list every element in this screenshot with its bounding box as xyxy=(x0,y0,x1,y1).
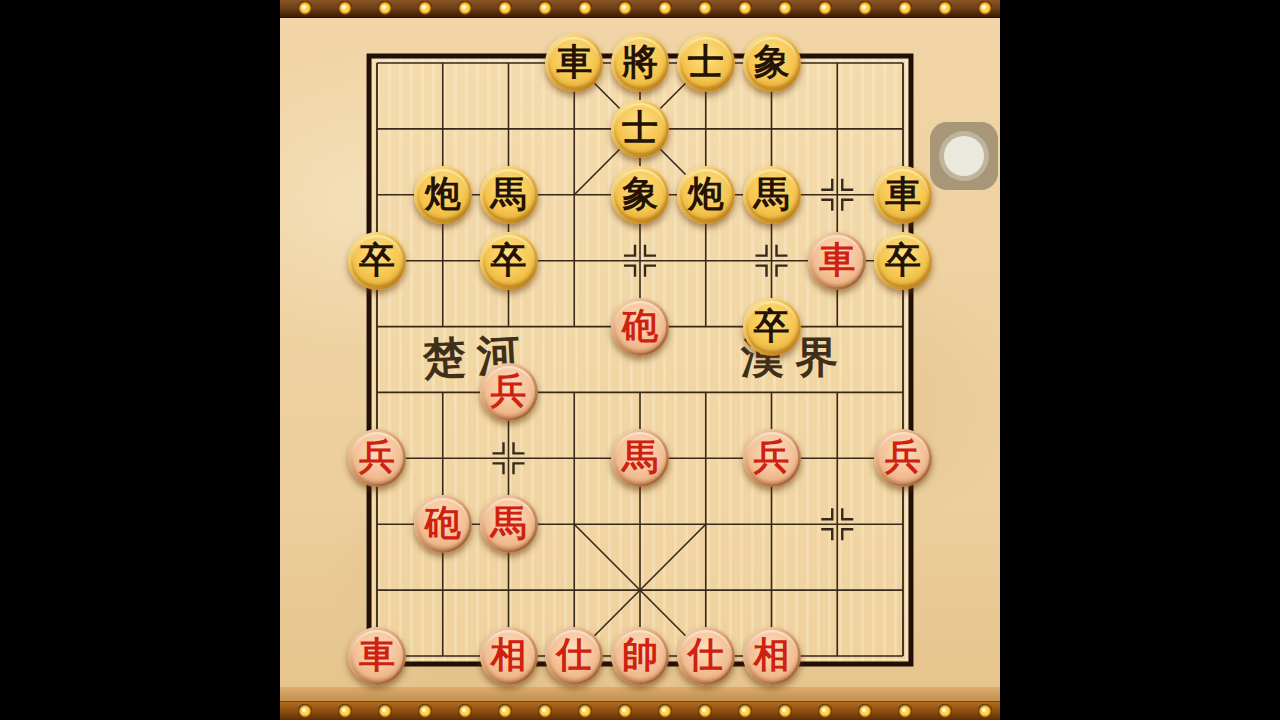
piece-character: 士 xyxy=(614,103,666,155)
letterbox: 楚河 漢界 車將士象士炮馬象炮馬車卒卒車卒砲卒兵兵馬兵兵砲馬車相仕帥仕相 xyxy=(0,0,1280,720)
piece-character: 仕 xyxy=(548,630,600,682)
piece-character: 馬 xyxy=(614,432,666,484)
piece-character: 馬 xyxy=(483,498,535,550)
piece-red-elephant[interactable]: 相 xyxy=(480,627,538,685)
piece-character: 兵 xyxy=(483,366,535,418)
piece-character: 象 xyxy=(614,169,666,221)
piece-character: 炮 xyxy=(417,169,469,221)
piece-red-chariot[interactable]: 車 xyxy=(808,232,866,290)
piece-red-cannon[interactable]: 砲 xyxy=(611,298,669,356)
piece-character: 士 xyxy=(680,37,732,89)
piece-red-chariot[interactable]: 車 xyxy=(348,627,406,685)
piece-character: 仕 xyxy=(680,630,732,682)
piece-character: 車 xyxy=(548,37,600,89)
piece-black-cannon[interactable]: 炮 xyxy=(414,166,472,224)
piece-character: 卒 xyxy=(746,301,798,353)
bottom-wood-band xyxy=(280,687,1000,702)
piece-black-soldier[interactable]: 卒 xyxy=(743,298,801,356)
board-area[interactable]: 楚河 漢界 車將士象士炮馬象炮馬車卒卒車卒砲卒兵兵馬兵兵砲馬車相仕帥仕相 xyxy=(280,0,1000,720)
piece-red-horse[interactable]: 馬 xyxy=(611,429,669,487)
piece-black-advisor[interactable]: 士 xyxy=(677,34,735,92)
piece-character: 卒 xyxy=(877,235,929,287)
piece-black-cannon[interactable]: 炮 xyxy=(677,166,735,224)
game-stage: 楚河 漢界 車將士象士炮馬象炮馬車卒卒車卒砲卒兵兵馬兵兵砲馬車相仕帥仕相 xyxy=(280,0,1000,720)
piece-character: 相 xyxy=(746,630,798,682)
piece-character: 帥 xyxy=(614,630,666,682)
piece-character: 兵 xyxy=(746,432,798,484)
piece-black-chariot[interactable]: 車 xyxy=(874,166,932,224)
piece-red-elephant[interactable]: 相 xyxy=(743,627,801,685)
piece-black-horse[interactable]: 馬 xyxy=(480,166,538,224)
bottom-decor-bar xyxy=(280,701,1000,720)
piece-character: 兵 xyxy=(351,432,403,484)
piece-character: 砲 xyxy=(417,498,469,550)
piece-black-chariot[interactable]: 車 xyxy=(545,34,603,92)
piece-character: 相 xyxy=(483,630,535,682)
piece-character: 象 xyxy=(746,37,798,89)
piece-black-advisor[interactable]: 士 xyxy=(611,100,669,158)
piece-character: 卒 xyxy=(483,235,535,287)
overlay-button-circle-icon xyxy=(944,136,984,176)
piece-red-soldier[interactable]: 兵 xyxy=(874,429,932,487)
piece-black-horse[interactable]: 馬 xyxy=(743,166,801,224)
piece-character: 車 xyxy=(877,169,929,221)
piece-red-general[interactable]: 帥 xyxy=(611,627,669,685)
piece-character: 砲 xyxy=(614,301,666,353)
piece-red-horse[interactable]: 馬 xyxy=(480,495,538,553)
piece-character: 兵 xyxy=(877,432,929,484)
piece-character: 車 xyxy=(351,630,403,682)
piece-character: 馬 xyxy=(746,169,798,221)
piece-red-soldier[interactable]: 兵 xyxy=(348,429,406,487)
piece-character: 炮 xyxy=(680,169,732,221)
piece-red-soldier[interactable]: 兵 xyxy=(480,363,538,421)
piece-red-soldier[interactable]: 兵 xyxy=(743,429,801,487)
piece-character: 車 xyxy=(811,235,863,287)
highlight-corner xyxy=(411,671,428,688)
piece-character: 將 xyxy=(614,37,666,89)
highlight-corner xyxy=(458,671,475,688)
piece-red-advisor[interactable]: 仕 xyxy=(677,627,735,685)
piece-black-soldier[interactable]: 卒 xyxy=(480,232,538,290)
piece-black-soldier[interactable]: 卒 xyxy=(348,232,406,290)
piece-red-cannon[interactable]: 砲 xyxy=(414,495,472,553)
piece-black-general[interactable]: 將 xyxy=(611,34,669,92)
piece-black-elephant[interactable]: 象 xyxy=(611,166,669,224)
piece-character: 馬 xyxy=(483,169,535,221)
piece-red-advisor[interactable]: 仕 xyxy=(545,627,603,685)
overlay-button[interactable] xyxy=(930,122,998,190)
piece-character: 卒 xyxy=(351,235,403,287)
piece-black-soldier[interactable]: 卒 xyxy=(874,232,932,290)
piece-black-elephant[interactable]: 象 xyxy=(743,34,801,92)
